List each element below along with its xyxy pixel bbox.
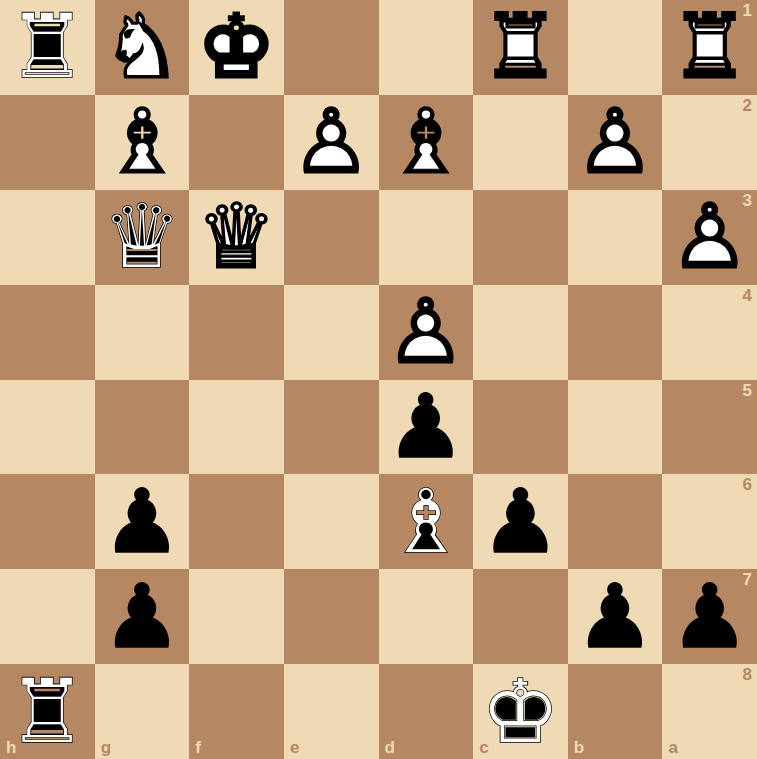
square-b3[interactable]	[568, 190, 663, 285]
square-g8[interactable]: g	[95, 664, 190, 759]
square-e7[interactable]	[284, 569, 379, 664]
square-d4[interactable]: ♟♙	[379, 285, 474, 380]
square-f7[interactable]	[189, 569, 284, 664]
chess-board: ♜♖♞♘♚♔♜♖♜♖1♝♗♟♙♝♗♟♙2♛♕♛♕♟♙3♟♙4♟5♟♝♗♟6♟♟♟…	[0, 0, 757, 759]
square-c4[interactable]	[473, 285, 568, 380]
square-f2[interactable]	[189, 95, 284, 190]
piece-white-king[interactable]: ♚♔	[189, 0, 284, 95]
square-b8[interactable]: b	[568, 664, 663, 759]
piece-black-pawn[interactable]: ♟	[95, 474, 190, 569]
square-f3[interactable]: ♛♕	[189, 190, 284, 285]
square-a2[interactable]: 2	[662, 95, 757, 190]
square-d5[interactable]: ♟	[379, 380, 474, 475]
square-e2[interactable]: ♟♙	[284, 95, 379, 190]
piece-white-bishop[interactable]: ♝♗	[379, 95, 474, 190]
square-a5[interactable]: 5	[662, 380, 757, 475]
piece-black-king[interactable]: ♚♔	[473, 664, 568, 759]
square-c3[interactable]	[473, 190, 568, 285]
piece-white-rook[interactable]: ♜♖	[662, 0, 757, 95]
square-f6[interactable]	[189, 474, 284, 569]
square-h5[interactable]	[0, 380, 95, 475]
square-a7[interactable]: ♟7	[662, 569, 757, 664]
piece-black-pawn[interactable]: ♟	[95, 569, 190, 664]
piece-white-knight[interactable]: ♞♘	[95, 0, 190, 95]
piece-white-pawn[interactable]: ♟♙	[568, 95, 663, 190]
square-c5[interactable]	[473, 380, 568, 475]
piece-white-pawn[interactable]: ♟♙	[379, 285, 474, 380]
square-b1[interactable]	[568, 0, 663, 95]
square-e1[interactable]	[284, 0, 379, 95]
square-c2[interactable]	[473, 95, 568, 190]
rank-label-8: 8	[743, 665, 752, 685]
square-g5[interactable]	[95, 380, 190, 475]
square-e3[interactable]	[284, 190, 379, 285]
square-h6[interactable]	[0, 474, 95, 569]
square-b2[interactable]: ♟♙	[568, 95, 663, 190]
square-f4[interactable]	[189, 285, 284, 380]
rank-label-4: 4	[743, 286, 752, 306]
square-c8[interactable]: ♚♔c	[473, 664, 568, 759]
file-label-g: g	[101, 738, 111, 758]
square-d6[interactable]: ♝♗	[379, 474, 474, 569]
piece-white-rook[interactable]: ♜♖	[473, 0, 568, 95]
square-a4[interactable]: 4	[662, 285, 757, 380]
file-label-e: e	[290, 738, 299, 758]
piece-white-queen[interactable]: ♛♕	[189, 190, 284, 285]
square-f8[interactable]: f	[189, 664, 284, 759]
square-b5[interactable]	[568, 380, 663, 475]
file-label-a: a	[668, 738, 677, 758]
piece-black-bishop[interactable]: ♝♗	[379, 474, 474, 569]
square-h7[interactable]	[0, 569, 95, 664]
square-g4[interactable]	[95, 285, 190, 380]
square-e6[interactable]	[284, 474, 379, 569]
rank-label-6: 6	[743, 475, 752, 495]
square-g1[interactable]: ♞♘	[95, 0, 190, 95]
square-e8[interactable]: e	[284, 664, 379, 759]
piece-black-rook[interactable]: ♜♖	[0, 0, 95, 95]
square-a8[interactable]: 8a	[662, 664, 757, 759]
square-g7[interactable]: ♟	[95, 569, 190, 664]
square-a1[interactable]: ♜♖1	[662, 0, 757, 95]
piece-white-bishop[interactable]: ♝♗	[95, 95, 190, 190]
square-h3[interactable]	[0, 190, 95, 285]
square-a3[interactable]: ♟♙3	[662, 190, 757, 285]
square-b6[interactable]	[568, 474, 663, 569]
rank-label-2: 2	[743, 96, 752, 116]
square-h1[interactable]: ♜♖	[0, 0, 95, 95]
square-g2[interactable]: ♝♗	[95, 95, 190, 190]
file-label-b: b	[574, 738, 584, 758]
square-c7[interactable]	[473, 569, 568, 664]
square-b4[interactable]	[568, 285, 663, 380]
square-d7[interactable]	[379, 569, 474, 664]
square-e4[interactable]	[284, 285, 379, 380]
piece-black-pawn[interactable]: ♟	[662, 569, 757, 664]
piece-white-pawn[interactable]: ♟♙	[662, 190, 757, 285]
square-a6[interactable]: 6	[662, 474, 757, 569]
square-d1[interactable]	[379, 0, 474, 95]
square-d8[interactable]: d	[379, 664, 474, 759]
square-g3[interactable]: ♛♕	[95, 190, 190, 285]
file-label-f: f	[195, 738, 201, 758]
file-label-d: d	[385, 738, 395, 758]
rank-label-5: 5	[743, 381, 752, 401]
square-e5[interactable]	[284, 380, 379, 475]
piece-black-pawn[interactable]: ♟	[379, 380, 474, 475]
piece-black-queen[interactable]: ♛♕	[95, 190, 190, 285]
square-c6[interactable]: ♟	[473, 474, 568, 569]
square-g6[interactable]: ♟	[95, 474, 190, 569]
square-f1[interactable]: ♚♔	[189, 0, 284, 95]
square-b7[interactable]: ♟	[568, 569, 663, 664]
square-h4[interactable]	[0, 285, 95, 380]
square-f5[interactable]	[189, 380, 284, 475]
square-h8[interactable]: ♜♖h	[0, 664, 95, 759]
square-h2[interactable]	[0, 95, 95, 190]
piece-black-pawn[interactable]: ♟	[473, 474, 568, 569]
piece-white-pawn[interactable]: ♟♙	[284, 95, 379, 190]
piece-black-rook[interactable]: ♜♖	[0, 664, 95, 759]
square-d2[interactable]: ♝♗	[379, 95, 474, 190]
square-d3[interactable]	[379, 190, 474, 285]
piece-black-pawn[interactable]: ♟	[568, 569, 663, 664]
square-c1[interactable]: ♜♖	[473, 0, 568, 95]
